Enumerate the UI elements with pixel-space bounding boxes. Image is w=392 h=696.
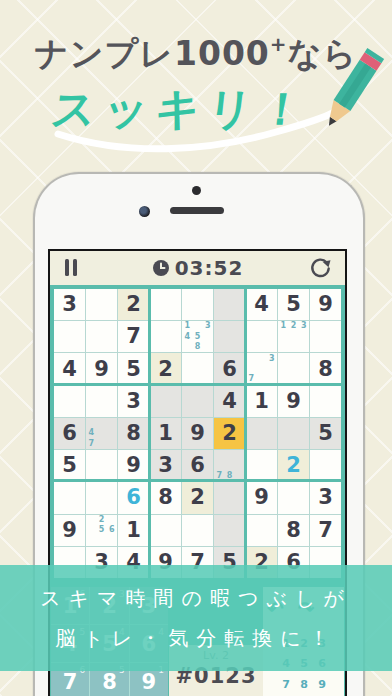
cell-digit: 8	[126, 423, 141, 444]
sudoku-cell-r4c3[interactable]: 3	[118, 386, 149, 417]
cell-digit: 3	[62, 294, 77, 315]
sudoku-cell-r4c2[interactable]	[86, 386, 117, 417]
cell-digit: 3	[126, 391, 141, 412]
caption-line1: スキマ時間の暇つぶしが	[0, 585, 392, 612]
cell-digit: 1	[254, 391, 269, 412]
sudoku-cell-r5c3[interactable]: 8	[118, 418, 149, 449]
sudoku-cell-r8c3[interactable]: 1	[118, 515, 149, 546]
sudoku-cell-r6c4[interactable]: 3	[150, 450, 181, 481]
sudoku-cell-r2c2[interactable]	[86, 321, 117, 352]
sudoku-cell-r1c9[interactable]: 9	[310, 289, 341, 320]
sudoku-cell-r3c4[interactable]: 2	[150, 353, 181, 384]
sudoku-cell-r1c1[interactable]: 3	[54, 289, 85, 320]
cell-digit: 8	[286, 520, 301, 541]
pencil-marks: 256	[86, 515, 117, 546]
caption-line2: 脳トレ・気分転換に！	[0, 625, 392, 652]
front-camera	[139, 206, 150, 217]
cell-digit: 7	[126, 326, 141, 347]
cell-digit: 5	[318, 423, 333, 444]
box-divider	[54, 383, 341, 386]
sudoku-cell-r5c1[interactable]: 6	[54, 418, 85, 449]
sudoku-cell-r3c2[interactable]: 9	[86, 353, 117, 384]
sudoku-cell-r3c1[interactable]: 4	[54, 353, 85, 384]
sudoku-cell-r1c5[interactable]	[182, 289, 213, 320]
sudoku-cell-r1c2[interactable]	[86, 289, 117, 320]
sudoku-cell-r5c7[interactable]	[246, 418, 277, 449]
sudoku-cell-r7c7[interactable]: 9	[246, 482, 277, 513]
sudoku-cell-r5c6[interactable]: 2	[214, 418, 245, 449]
cell-digit: 8	[318, 359, 333, 380]
sudoku-cell-r3c8[interactable]	[278, 353, 309, 384]
sudoku-cell-r8c6[interactable]	[214, 515, 245, 546]
pencil-pad-digit-9[interactable]: 9	[313, 674, 331, 695]
sudoku-cell-r3c6[interactable]: 6	[214, 353, 245, 384]
sudoku-cell-r6c2[interactable]	[86, 450, 117, 481]
sudoku-cell-r7c2[interactable]	[86, 482, 117, 513]
cell-digit: 4	[254, 294, 269, 315]
sudoku-cell-r1c7[interactable]: 4	[246, 289, 277, 320]
sudoku-grid: 3245971345812349526378341964781925593678…	[51, 286, 344, 581]
cell-digit: 9	[318, 294, 333, 315]
cell-digit: 3	[158, 455, 173, 476]
cell-digit: 8	[158, 487, 173, 508]
key-label: 9	[142, 670, 157, 694]
pencil-pad-digit-8[interactable]: 8	[295, 674, 313, 695]
cell-digit: 3	[318, 487, 333, 508]
cell-digit: 5	[62, 455, 77, 476]
sudoku-cell-r7c5[interactable]: 2	[182, 482, 213, 513]
cell-digit: 2	[190, 487, 205, 508]
pause-button[interactable]	[65, 259, 77, 276]
pencil-marks: 13458	[182, 321, 213, 352]
sudoku-cell-r6c3[interactable]: 9	[118, 450, 149, 481]
cell-digit: 6	[222, 359, 237, 380]
pencil-marks: 123	[278, 321, 309, 352]
key-label: 8	[102, 670, 117, 694]
sudoku-cell-r2c6[interactable]	[214, 321, 245, 352]
cell-digit: 1	[126, 520, 141, 541]
sudoku-cell-r8c4[interactable]	[150, 515, 181, 546]
sudoku-cell-r6c1[interactable]: 5	[54, 450, 85, 481]
sudoku-cells: 3245971345812349526378341964781925593678…	[54, 289, 341, 578]
cell-digit: 9	[254, 487, 269, 508]
timer: 03:52	[152, 256, 244, 280]
sudoku-cell-r7c8[interactable]	[278, 482, 309, 513]
cell-digit: 4	[62, 359, 77, 380]
sudoku-cell-r3c7[interactable]: 37	[246, 353, 277, 384]
sudoku-cell-r7c6[interactable]	[214, 482, 245, 513]
sudoku-cell-r4c6[interactable]: 4	[214, 386, 245, 417]
proximity-sensor-dot	[192, 186, 201, 195]
cell-digit: 1	[158, 423, 173, 444]
sudoku-cell-r3c9[interactable]: 8	[310, 353, 341, 384]
sudoku-cell-r5c9[interactable]: 5	[310, 418, 341, 449]
sudoku-cell-r3c5[interactable]	[182, 353, 213, 384]
sudoku-cell-r1c6[interactable]	[214, 289, 245, 320]
timer-bar: 03:52	[50, 251, 345, 285]
cell-digit: 5	[286, 294, 301, 315]
sudoku-cell-r2c9[interactable]	[310, 321, 341, 352]
pencil-marks: 47	[86, 418, 117, 449]
sudoku-cell-r5c5[interactable]: 9	[182, 418, 213, 449]
sudoku-cell-r5c4[interactable]: 1	[150, 418, 181, 449]
sudoku-cell-r5c2[interactable]: 47	[86, 418, 117, 449]
sudoku-cell-r7c1[interactable]	[54, 482, 85, 513]
sudoku-cell-r2c4[interactable]	[150, 321, 181, 352]
sudoku-cell-r4c4[interactable]	[150, 386, 181, 417]
sudoku-cell-r5c8[interactable]	[278, 418, 309, 449]
sudoku-cell-r8c7[interactable]	[246, 515, 277, 546]
clock-icon	[152, 259, 170, 277]
sudoku-cell-r4c9[interactable]	[310, 386, 341, 417]
pencil-marks: 78	[214, 450, 245, 481]
key-label: 7	[63, 670, 78, 694]
pencil-icon	[286, 26, 392, 136]
box-divider	[54, 479, 341, 482]
restart-button[interactable]	[308, 256, 333, 285]
sudoku-cell-r7c3[interactable]: 6	[118, 482, 149, 513]
sudoku-cell-r2c7[interactable]	[246, 321, 277, 352]
pencil-pad-digit-7[interactable]: 7	[277, 674, 295, 695]
sudoku-cell-r2c1[interactable]	[54, 321, 85, 352]
sudoku-cell-r6c5[interactable]: 6	[182, 450, 213, 481]
sudoku-cell-r3c3[interactable]: 5	[118, 353, 149, 384]
cell-digit: 9	[286, 391, 301, 412]
sudoku-cell-r8c8[interactable]: 8	[278, 515, 309, 546]
cell-digit: 5	[126, 359, 141, 380]
sudoku-cell-r8c9[interactable]: 7	[310, 515, 341, 546]
sudoku-cell-r8c5[interactable]	[182, 515, 213, 546]
timer-value: 03:52	[175, 256, 244, 280]
sudoku-cell-r2c8[interactable]: 123	[278, 321, 309, 352]
sudoku-cell-r1c4[interactable]	[150, 289, 181, 320]
box-divider	[148, 289, 151, 578]
sudoku-cell-r4c1[interactable]	[54, 386, 85, 417]
sudoku-cell-r1c8[interactable]: 5	[278, 289, 309, 320]
sudoku-cell-r2c3[interactable]: 7	[118, 321, 149, 352]
cell-digit: 9	[62, 520, 77, 541]
sudoku-cell-r4c5[interactable]	[182, 386, 213, 417]
cell-digit: 9	[126, 455, 141, 476]
sudoku-cell-r6c9[interactable]	[310, 450, 341, 481]
cell-digit: 2	[158, 359, 173, 380]
earpiece-speaker	[170, 207, 224, 214]
pencil-marks: 37	[246, 353, 277, 384]
cell-digit: 2	[286, 455, 301, 476]
sudoku-cell-r1c3[interactable]: 2	[118, 289, 149, 320]
restart-icon	[308, 256, 333, 281]
cell-digit: 7	[318, 520, 333, 541]
cell-digit: 9	[190, 423, 205, 444]
sudoku-cell-r6c8[interactable]: 2	[278, 450, 309, 481]
sudoku-cell-r8c1[interactable]: 9	[54, 515, 85, 546]
promo-title-pre: ナンプレ1000	[35, 34, 270, 73]
cell-digit: 2	[222, 423, 237, 444]
promo-title-plus: +	[270, 32, 288, 56]
cell-digit: 4	[222, 391, 237, 412]
sudoku-cell-r6c7[interactable]	[246, 450, 277, 481]
sudoku-cell-r4c7[interactable]: 1	[246, 386, 277, 417]
caption-banner: スキマ時間の暇つぶしが 脳トレ・気分転換に！	[0, 565, 392, 671]
sudoku-cell-r7c9[interactable]: 3	[310, 482, 341, 513]
sudoku-cell-r7c4[interactable]: 8	[150, 482, 181, 513]
cell-digit: 6	[190, 455, 205, 476]
cell-digit: 6	[62, 423, 77, 444]
box-divider	[244, 289, 247, 578]
cell-digit: 9	[94, 359, 109, 380]
cell-digit: 2	[126, 294, 141, 315]
sudoku-cell-r8c2[interactable]: 256	[86, 515, 117, 546]
sudoku-cell-r2c5[interactable]: 13458	[182, 321, 213, 352]
sudoku-cell-r6c6[interactable]: 78	[214, 450, 245, 481]
cell-digit: 6	[126, 487, 141, 508]
sudoku-cell-r4c8[interactable]: 9	[278, 386, 309, 417]
